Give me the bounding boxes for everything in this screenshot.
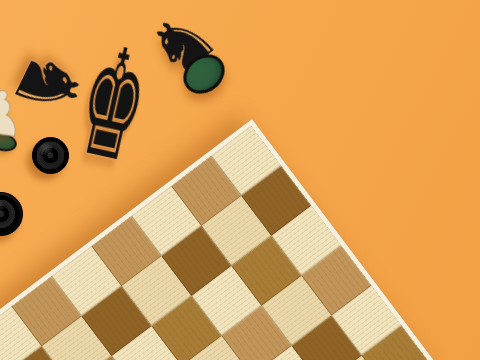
- black-king-piece[interactable]: ♚: [75, 31, 151, 180]
- photo-scene: ♟ ♞ ♚ ♞: [0, 0, 480, 360]
- black-checker-disc[interactable]: [32, 137, 69, 174]
- black-checker-disc-half[interactable]: [0, 192, 23, 236]
- white-pawn-piece[interactable]: ♟: [0, 81, 30, 146]
